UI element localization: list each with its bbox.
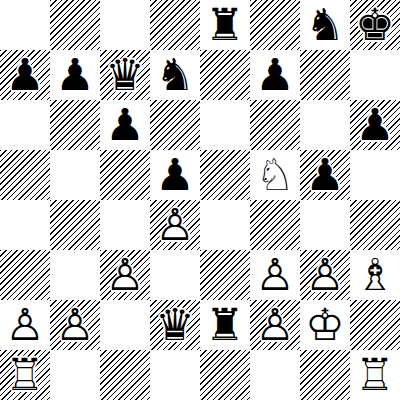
black-pawn: ♟ (300, 150, 350, 200)
square-c1[interactable] (100, 350, 150, 400)
square-g4[interactable] (300, 200, 350, 250)
square-f5[interactable]: ♞♘ (250, 150, 300, 200)
white-pawn: ♙ (250, 300, 300, 350)
square-c2[interactable] (100, 300, 150, 350)
square-g2[interactable]: ♚♔ (300, 300, 350, 350)
chess-board: ♜♜♞♞♚♚♟♟♟♟♛♛♞♞♟♟♟♟♟♟♟♟♞♘♟♟♟♙♟♙♟♙♟♙♝♗♟♙♟♙… (0, 0, 400, 400)
square-e2[interactable]: ♜♜ (200, 300, 250, 350)
square-f3[interactable]: ♟♙ (250, 250, 300, 300)
white-king: ♔ (300, 300, 350, 350)
square-e3[interactable] (200, 250, 250, 300)
square-d7[interactable]: ♞♞ (150, 50, 200, 100)
white-knight: ♘ (250, 150, 300, 200)
white-pawn: ♙ (250, 250, 300, 300)
square-h2[interactable] (350, 300, 400, 350)
black-pawn: ♟ (50, 50, 100, 100)
black-pawn: ♟ (250, 50, 300, 100)
square-c6[interactable]: ♟♟ (100, 100, 150, 150)
square-a4[interactable] (0, 200, 50, 250)
black-knight: ♞ (150, 50, 200, 100)
square-h3[interactable]: ♝♗ (350, 250, 400, 300)
white-bishop: ♗ (350, 250, 400, 300)
square-b7[interactable]: ♟♟ (50, 50, 100, 100)
square-d2[interactable]: ♛♛ (150, 300, 200, 350)
square-b8[interactable] (50, 0, 100, 50)
square-d3[interactable] (150, 250, 200, 300)
square-a2[interactable]: ♟♙ (0, 300, 50, 350)
square-h1[interactable]: ♜♖ (350, 350, 400, 400)
square-d6[interactable] (150, 100, 200, 150)
square-b5[interactable] (50, 150, 100, 200)
square-f4[interactable] (250, 200, 300, 250)
square-d5[interactable]: ♟♟ (150, 150, 200, 200)
square-f6[interactable] (250, 100, 300, 150)
square-a3[interactable] (0, 250, 50, 300)
square-f1[interactable] (250, 350, 300, 400)
square-a8[interactable] (0, 0, 50, 50)
black-king: ♚ (350, 0, 400, 50)
square-c4[interactable] (100, 200, 150, 250)
black-pawn: ♟ (350, 100, 400, 150)
square-g3[interactable]: ♟♙ (300, 250, 350, 300)
square-h8[interactable]: ♚♚ (350, 0, 400, 50)
square-d1[interactable] (150, 350, 200, 400)
white-rook: ♖ (350, 350, 400, 400)
white-pawn: ♙ (150, 200, 200, 250)
square-h7[interactable] (350, 50, 400, 100)
square-g1[interactable] (300, 350, 350, 400)
square-h6[interactable]: ♟♟ (350, 100, 400, 150)
square-c5[interactable] (100, 150, 150, 200)
square-f2[interactable]: ♟♙ (250, 300, 300, 350)
square-c3[interactable]: ♟♙ (100, 250, 150, 300)
black-rook: ♜ (200, 300, 250, 350)
square-f8[interactable] (250, 0, 300, 50)
white-pawn: ♙ (300, 250, 350, 300)
black-rook: ♜ (200, 0, 250, 50)
square-g5[interactable]: ♟♟ (300, 150, 350, 200)
square-e8[interactable]: ♜♜ (200, 0, 250, 50)
square-e4[interactable] (200, 200, 250, 250)
square-b1[interactable] (50, 350, 100, 400)
square-a7[interactable]: ♟♟ (0, 50, 50, 100)
black-queen: ♛ (150, 300, 200, 350)
white-pawn: ♙ (0, 300, 50, 350)
square-a6[interactable] (0, 100, 50, 150)
white-rook: ♖ (0, 350, 50, 400)
square-b6[interactable] (50, 100, 100, 150)
square-g8[interactable]: ♞♞ (300, 0, 350, 50)
square-e5[interactable] (200, 150, 250, 200)
square-c7[interactable]: ♛♛ (100, 50, 150, 100)
black-pawn: ♟ (0, 50, 50, 100)
square-d4[interactable]: ♟♙ (150, 200, 200, 250)
square-d8[interactable] (150, 0, 200, 50)
square-a5[interactable] (0, 150, 50, 200)
square-h4[interactable] (350, 200, 400, 250)
square-c8[interactable] (100, 0, 150, 50)
square-e1[interactable] (200, 350, 250, 400)
square-e6[interactable] (200, 100, 250, 150)
black-knight: ♞ (300, 0, 350, 50)
square-g7[interactable] (300, 50, 350, 100)
black-pawn: ♟ (150, 150, 200, 200)
black-pawn: ♟ (100, 100, 150, 150)
square-b3[interactable] (50, 250, 100, 300)
square-b2[interactable]: ♟♙ (50, 300, 100, 350)
square-h5[interactable] (350, 150, 400, 200)
square-e7[interactable] (200, 50, 250, 100)
white-pawn: ♙ (100, 250, 150, 300)
square-b4[interactable] (50, 200, 100, 250)
black-queen: ♛ (100, 50, 150, 100)
square-g6[interactable] (300, 100, 350, 150)
white-pawn: ♙ (50, 300, 100, 350)
square-f7[interactable]: ♟♟ (250, 50, 300, 100)
square-a1[interactable]: ♜♖ (0, 350, 50, 400)
